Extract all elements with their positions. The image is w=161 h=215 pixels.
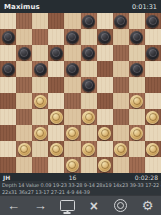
black-man-square-23[interactable] bbox=[82, 79, 95, 92]
square-42[interactable] bbox=[48, 141, 64, 157]
white-man-square-43[interactable] bbox=[82, 143, 95, 156]
square-26[interactable] bbox=[0, 93, 16, 109]
square-35[interactable] bbox=[145, 109, 161, 125]
square-19[interactable] bbox=[97, 61, 113, 77]
light-square bbox=[145, 93, 161, 109]
light-square bbox=[16, 29, 32, 45]
square-29[interactable] bbox=[97, 93, 113, 109]
white-man-square-35[interactable] bbox=[146, 111, 159, 124]
black-man-square-3[interactable] bbox=[82, 15, 95, 28]
square-47[interactable] bbox=[32, 157, 48, 173]
white-man-square-49[interactable] bbox=[98, 159, 111, 172]
square-27[interactable] bbox=[32, 93, 48, 109]
settings-button[interactable]: ⚙ bbox=[137, 197, 159, 215]
player-clock: 0:02:28 bbox=[135, 174, 158, 181]
light-square bbox=[81, 125, 97, 141]
black-man-square-18[interactable] bbox=[66, 63, 79, 76]
square-30[interactable] bbox=[129, 93, 145, 109]
light-square bbox=[48, 157, 64, 173]
close-button[interactable]: × bbox=[83, 197, 105, 215]
white-man-square-42[interactable] bbox=[50, 143, 63, 156]
light-square bbox=[0, 141, 16, 157]
black-man-square-11[interactable] bbox=[18, 47, 31, 60]
light-square bbox=[48, 93, 64, 109]
square-17[interactable] bbox=[32, 61, 48, 77]
forward-button[interactable]: → bbox=[29, 197, 51, 215]
arrow-left-icon: ← bbox=[7, 199, 20, 212]
monitor-stand bbox=[64, 212, 71, 214]
square-50[interactable] bbox=[129, 157, 145, 173]
light-square bbox=[97, 109, 113, 125]
square-1[interactable] bbox=[16, 13, 32, 29]
square-22[interactable] bbox=[48, 77, 64, 93]
engine-analysis: Depth 14 Value 0.09 19-23 33-28 9-14 28x… bbox=[0, 181, 161, 195]
square-31[interactable] bbox=[16, 109, 32, 125]
light-square bbox=[129, 45, 145, 61]
light-square bbox=[145, 125, 161, 141]
square-34[interactable] bbox=[113, 109, 129, 125]
black-man-square-16[interactable] bbox=[2, 63, 15, 76]
square-20[interactable] bbox=[129, 61, 145, 77]
white-man-square-48[interactable] bbox=[66, 159, 79, 172]
light-square bbox=[48, 125, 64, 141]
square-18[interactable] bbox=[64, 61, 80, 77]
white-man-square-44[interactable] bbox=[114, 143, 127, 156]
light-square bbox=[48, 29, 64, 45]
move-number: 16 bbox=[69, 174, 77, 181]
square-9[interactable] bbox=[97, 29, 113, 45]
light-square bbox=[81, 29, 97, 45]
square-25[interactable] bbox=[145, 77, 161, 93]
black-man-square-17[interactable] bbox=[34, 63, 47, 76]
light-square bbox=[145, 157, 161, 173]
light-square bbox=[81, 93, 97, 109]
light-square bbox=[32, 141, 48, 157]
light-square bbox=[129, 77, 145, 93]
engine-clock: 0:01:31 bbox=[132, 3, 157, 11]
light-square bbox=[0, 13, 16, 29]
light-square bbox=[97, 77, 113, 93]
piece-button[interactable] bbox=[110, 197, 132, 215]
light-square bbox=[113, 29, 129, 45]
light-square bbox=[64, 109, 80, 125]
light-square bbox=[113, 93, 129, 109]
toolbar: ← → × ⚙ bbox=[0, 195, 161, 215]
square-41[interactable] bbox=[16, 141, 32, 157]
square-8[interactable] bbox=[64, 29, 80, 45]
back-button[interactable]: ← bbox=[2, 197, 24, 215]
board-view-button[interactable] bbox=[56, 197, 78, 215]
light-square bbox=[97, 13, 113, 29]
white-man-square-33[interactable] bbox=[82, 111, 95, 124]
arrow-right-icon: → bbox=[34, 199, 47, 212]
black-man-square-8[interactable] bbox=[66, 31, 79, 44]
square-4[interactable] bbox=[113, 13, 129, 29]
light-square bbox=[129, 13, 145, 29]
black-man-square-6[interactable] bbox=[2, 31, 15, 44]
light-square bbox=[0, 77, 16, 93]
light-square bbox=[113, 125, 129, 141]
light-square bbox=[32, 13, 48, 29]
square-49[interactable] bbox=[97, 157, 113, 173]
top-player-bar: Maximus 0:01:31 bbox=[0, 0, 161, 13]
light-square bbox=[81, 61, 97, 77]
black-man-square-10[interactable] bbox=[130, 31, 143, 44]
light-square bbox=[97, 45, 113, 61]
white-man-square-27[interactable] bbox=[34, 95, 47, 108]
white-man-square-32[interactable] bbox=[50, 111, 63, 124]
square-13[interactable] bbox=[81, 45, 97, 61]
square-43[interactable] bbox=[81, 141, 97, 157]
square-15[interactable] bbox=[145, 45, 161, 61]
checker-piece-icon bbox=[114, 199, 127, 212]
square-32[interactable] bbox=[48, 109, 64, 125]
gear-icon: ⚙ bbox=[142, 199, 154, 212]
square-28[interactable] bbox=[64, 93, 80, 109]
square-38[interactable] bbox=[64, 125, 80, 141]
square-46[interactable] bbox=[0, 157, 16, 173]
square-37[interactable] bbox=[32, 125, 48, 141]
light-square bbox=[64, 141, 80, 157]
black-man-square-12[interactable] bbox=[50, 47, 63, 60]
light-square bbox=[16, 93, 32, 109]
square-3[interactable] bbox=[81, 13, 97, 29]
black-man-square-4[interactable] bbox=[114, 15, 127, 28]
monitor-icon bbox=[60, 200, 75, 211]
close-icon: × bbox=[90, 199, 98, 213]
black-man-square-5[interactable] bbox=[146, 15, 159, 28]
light-square bbox=[97, 141, 113, 157]
player-name: JH bbox=[3, 174, 10, 181]
square-14[interactable] bbox=[113, 45, 129, 61]
light-square bbox=[32, 109, 48, 125]
square-21[interactable] bbox=[16, 77, 32, 93]
square-40[interactable] bbox=[129, 125, 145, 141]
square-2[interactable] bbox=[48, 13, 64, 29]
white-man-square-45[interactable] bbox=[146, 143, 159, 156]
light-square bbox=[64, 13, 80, 29]
light-square bbox=[16, 157, 32, 173]
light-square bbox=[145, 29, 161, 45]
light-square bbox=[48, 61, 64, 77]
square-12[interactable] bbox=[48, 45, 64, 61]
black-man-square-15[interactable] bbox=[146, 47, 159, 60]
white-man-square-40[interactable] bbox=[130, 127, 143, 140]
light-square bbox=[113, 157, 129, 173]
white-man-square-41[interactable] bbox=[18, 143, 31, 156]
light-square bbox=[129, 109, 145, 125]
light-square bbox=[113, 61, 129, 77]
square-45[interactable] bbox=[145, 141, 161, 157]
light-square bbox=[64, 77, 80, 93]
light-square bbox=[64, 45, 80, 61]
white-man-square-30[interactable] bbox=[130, 95, 143, 108]
board bbox=[0, 13, 161, 173]
light-square bbox=[145, 61, 161, 77]
light-square bbox=[16, 125, 32, 141]
square-7[interactable] bbox=[32, 29, 48, 45]
maximus-draughts-app: Maximus 0:01:31 JH 16 0:02:28 Depth 14 V… bbox=[0, 0, 161, 215]
square-10[interactable] bbox=[129, 29, 145, 45]
square-6[interactable] bbox=[0, 29, 16, 45]
white-man-square-38[interactable] bbox=[66, 127, 79, 140]
black-man-square-9[interactable] bbox=[98, 31, 111, 44]
black-man-square-13[interactable] bbox=[82, 47, 95, 60]
square-33[interactable] bbox=[81, 109, 97, 125]
white-man-square-37[interactable] bbox=[34, 127, 47, 140]
engine-line-1: Depth 14 Value 0.09 19-23 33-28 9-14 28x… bbox=[2, 182, 159, 189]
square-36[interactable] bbox=[0, 125, 16, 141]
square-24[interactable] bbox=[113, 77, 129, 93]
square-23[interactable] bbox=[81, 77, 97, 93]
square-11[interactable] bbox=[16, 45, 32, 61]
square-16[interactable] bbox=[0, 61, 16, 77]
engine-name: Maximus bbox=[4, 3, 40, 11]
black-man-square-20[interactable] bbox=[130, 63, 143, 76]
light-square bbox=[81, 157, 97, 173]
square-48[interactable] bbox=[64, 157, 80, 173]
light-square bbox=[129, 141, 145, 157]
light-square bbox=[0, 45, 16, 61]
light-square bbox=[16, 61, 32, 77]
light-square bbox=[32, 45, 48, 61]
light-square bbox=[0, 109, 16, 125]
light-square bbox=[32, 77, 48, 93]
square-5[interactable] bbox=[145, 13, 161, 29]
white-man-square-39[interactable] bbox=[98, 127, 111, 140]
bottom-player-bar: JH 16 0:02:28 bbox=[0, 173, 161, 181]
square-39[interactable] bbox=[97, 125, 113, 141]
square-44[interactable] bbox=[113, 141, 129, 157]
